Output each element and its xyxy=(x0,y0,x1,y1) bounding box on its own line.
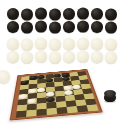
board-square-r8c2[interactable] xyxy=(26,109,37,116)
black-checker[interactable] xyxy=(49,9,61,21)
board-square-r8c1[interactable] xyxy=(15,110,26,117)
black-checker[interactable] xyxy=(105,9,117,21)
black-checker[interactable] xyxy=(77,21,89,32)
white-checker[interactable] xyxy=(105,52,117,64)
black-checker[interactable] xyxy=(63,21,75,33)
board-grid xyxy=(15,71,98,117)
black-checker[interactable] xyxy=(49,22,61,33)
white-checker[interactable] xyxy=(21,39,33,51)
white-checker[interactable] xyxy=(7,38,19,50)
checkers-board xyxy=(10,69,103,120)
black-checker[interactable] xyxy=(35,21,47,32)
black-checker[interactable] xyxy=(63,8,75,20)
black-checker[interactable] xyxy=(7,8,19,20)
black-checker[interactable] xyxy=(105,22,117,33)
piece-top xyxy=(104,90,116,97)
white-checker[interactable] xyxy=(105,39,117,51)
white-checker[interactable] xyxy=(91,51,103,63)
tray-white-row-1 xyxy=(7,38,117,50)
white-checker[interactable] xyxy=(63,38,75,50)
partial-white-piece[interactable] xyxy=(0,70,10,83)
board-square-r8c3[interactable] xyxy=(36,108,46,115)
board-square-r8c4[interactable] xyxy=(46,108,57,115)
black-checker[interactable] xyxy=(7,21,19,33)
board-wrapper xyxy=(11,48,98,125)
black-checker[interactable] xyxy=(91,21,103,33)
white-checker[interactable] xyxy=(49,39,61,51)
black-checker[interactable] xyxy=(21,9,33,21)
white-checker[interactable] xyxy=(35,38,47,50)
white-checker[interactable] xyxy=(91,38,103,50)
checkers-set-scene xyxy=(0,0,125,125)
black-checker[interactable] xyxy=(21,22,33,33)
tray-black-row-1 xyxy=(7,8,117,20)
lone-black-piece[interactable] xyxy=(104,90,116,102)
black-checker[interactable] xyxy=(91,8,103,20)
black-checker[interactable] xyxy=(77,8,89,20)
black-checker[interactable] xyxy=(35,8,47,20)
board-square-r8c8[interactable] xyxy=(86,104,98,111)
tray-black-row-2 xyxy=(7,21,117,33)
